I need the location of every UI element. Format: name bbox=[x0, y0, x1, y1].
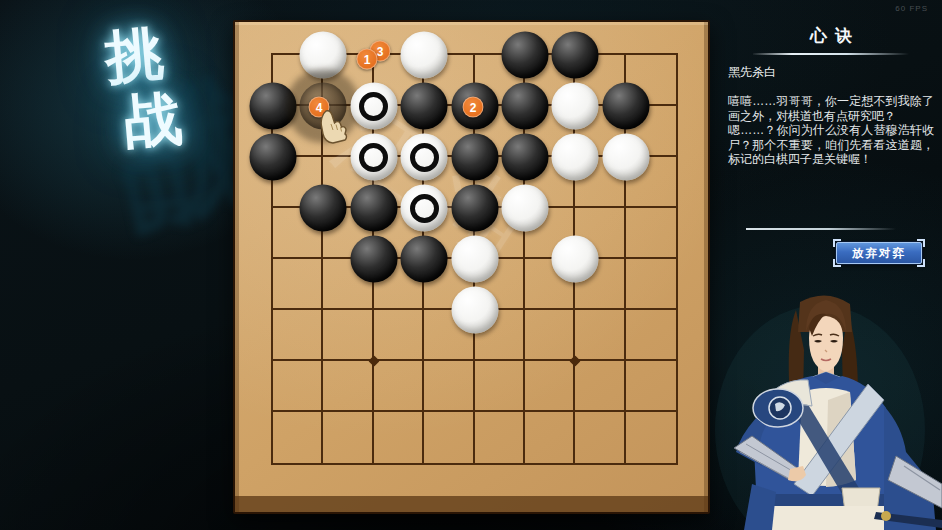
hint-panel: 心诀 黑先杀白 嘻嘻……羽哥哥，你一定想不到我除了画之外，对棋道也有点研究吧？ … bbox=[728, 24, 934, 274]
board-cell[interactable] bbox=[525, 412, 575, 463]
panel-divider bbox=[746, 228, 896, 230]
board-cell[interactable] bbox=[374, 361, 424, 412]
puzzle-goal: 黑先杀白 bbox=[728, 64, 934, 81]
white-stone bbox=[502, 185, 549, 232]
button-corner-ornament-icon bbox=[917, 259, 925, 267]
go-board[interactable]: 江湖 3124 bbox=[233, 20, 710, 514]
stone-ring-mark-icon bbox=[359, 92, 388, 121]
black-stone bbox=[350, 236, 397, 283]
board-cell[interactable] bbox=[475, 361, 525, 412]
board-cell[interactable] bbox=[424, 412, 474, 463]
board-cell[interactable] bbox=[626, 412, 676, 463]
board-cell[interactable] bbox=[575, 310, 625, 361]
black-stone bbox=[451, 185, 498, 232]
fps-counter: 60 FPS bbox=[895, 4, 928, 13]
board-cell[interactable] bbox=[626, 310, 676, 361]
give-up-button[interactable]: 放弃对弈 bbox=[836, 242, 922, 264]
marked-white-stone bbox=[350, 83, 397, 130]
board-cell[interactable] bbox=[273, 412, 323, 463]
dialogue-paragraph-2: 嗯……？你问为什么没有人替穆浩轩收尸？那个不重要，咱们先看看这道题，标记的白棋四… bbox=[728, 123, 934, 167]
white-stone bbox=[451, 287, 498, 334]
board-cell[interactable] bbox=[374, 412, 424, 463]
black-stone bbox=[401, 83, 448, 130]
dialogue-text: 嘻嘻……羽哥哥，你一定想不到我除了画之外，对棋道也有点研究吧？ 嗯……？你问为什… bbox=[728, 94, 934, 167]
marked-white-stone bbox=[350, 134, 397, 181]
panel-title: 心诀 bbox=[728, 24, 934, 47]
button-corner-ornament-icon bbox=[917, 239, 925, 247]
white-stone bbox=[552, 236, 599, 283]
challenge-char-1: 挑 bbox=[76, 17, 191, 92]
board-cell[interactable] bbox=[374, 310, 424, 361]
black-stone bbox=[602, 83, 649, 130]
board-cell[interactable] bbox=[273, 259, 323, 310]
move-marker-4: 4 bbox=[309, 97, 330, 118]
board-cell[interactable] bbox=[626, 259, 676, 310]
black-stone bbox=[350, 185, 397, 232]
move-marker-2: 2 bbox=[463, 97, 484, 118]
board-cell[interactable] bbox=[525, 310, 575, 361]
board-cell[interactable] bbox=[323, 412, 373, 463]
board-cell[interactable] bbox=[626, 208, 676, 259]
button-corner-ornament-icon bbox=[833, 239, 841, 247]
black-stone bbox=[401, 236, 448, 283]
white-stone bbox=[552, 134, 599, 181]
black-stone bbox=[250, 134, 297, 181]
black-stone bbox=[502, 83, 549, 130]
board-cell[interactable] bbox=[575, 361, 625, 412]
board-cell[interactable] bbox=[273, 310, 323, 361]
stone-ring-mark-icon bbox=[359, 143, 388, 172]
give-up-button-label: 放弃对弈 bbox=[852, 246, 906, 261]
board-cell[interactable] bbox=[323, 310, 373, 361]
game-screen: 挑战 挑 战 60 FPS 江湖 3124 心诀 黑先杀白 嘻嘻……羽哥哥，你一… bbox=[0, 0, 942, 530]
white-stone bbox=[602, 134, 649, 181]
board-cell[interactable] bbox=[475, 412, 525, 463]
board-cell[interactable] bbox=[273, 361, 323, 412]
black-stone bbox=[502, 134, 549, 181]
board-cell[interactable] bbox=[626, 361, 676, 412]
black-stone bbox=[300, 185, 347, 232]
white-stone bbox=[451, 236, 498, 283]
board-cell[interactable] bbox=[575, 412, 625, 463]
marked-white-stone bbox=[401, 134, 448, 181]
black-stone bbox=[451, 134, 498, 181]
challenge-banner: 挑 战 bbox=[76, 17, 197, 158]
companion-character-portrait bbox=[700, 280, 942, 530]
dialogue-paragraph-1: 嘻嘻……羽哥哥，你一定想不到我除了画之外，对棋道也有点研究吧？ bbox=[728, 94, 934, 123]
challenge-char-2: 战 bbox=[108, 83, 197, 156]
black-stone bbox=[502, 32, 549, 79]
board-cell[interactable] bbox=[424, 361, 474, 412]
stone-ring-mark-icon bbox=[410, 194, 439, 223]
button-corner-ornament-icon bbox=[833, 259, 841, 267]
marked-white-stone bbox=[401, 185, 448, 232]
black-stone bbox=[552, 32, 599, 79]
title-underline bbox=[753, 53, 909, 55]
board-cell[interactable] bbox=[525, 361, 575, 412]
board-cell[interactable] bbox=[323, 361, 373, 412]
white-stone bbox=[552, 83, 599, 130]
stone-ring-mark-icon bbox=[410, 143, 439, 172]
move-marker-1: 1 bbox=[357, 49, 378, 70]
white-stone bbox=[401, 32, 448, 79]
